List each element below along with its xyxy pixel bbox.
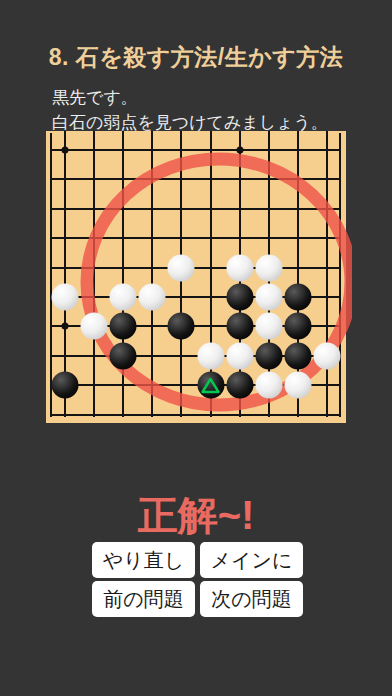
triangle-marker xyxy=(201,376,221,394)
black-stone xyxy=(168,313,195,340)
white-stone xyxy=(52,284,79,311)
star-point xyxy=(236,147,243,154)
black-stone xyxy=(255,342,282,369)
grid-line-v xyxy=(151,131,153,417)
white-stone xyxy=(110,284,137,311)
white-stone xyxy=(313,342,340,369)
result-text: 正解~! xyxy=(0,488,392,543)
white-stone xyxy=(255,254,282,281)
white-stone xyxy=(226,254,253,281)
page-title: 8. 石を殺す方法/生かす方法 xyxy=(0,42,392,73)
star-point xyxy=(62,323,69,330)
black-stone xyxy=(226,284,253,311)
black-stone xyxy=(226,313,253,340)
star-point xyxy=(62,147,69,154)
button-grid: やり直し メインに 前の問題 次の問題 xyxy=(92,542,303,617)
black-stone xyxy=(110,313,137,340)
grid-line-v xyxy=(326,131,328,417)
white-stone xyxy=(226,342,253,369)
black-stone xyxy=(197,372,224,399)
black-stone xyxy=(284,342,311,369)
white-stone xyxy=(168,254,195,281)
redo-button[interactable]: やり直し xyxy=(92,542,195,578)
go-board[interactable] xyxy=(46,131,346,423)
white-stone xyxy=(255,313,282,340)
black-stone xyxy=(284,313,311,340)
black-stone xyxy=(284,284,311,311)
white-stone xyxy=(197,342,224,369)
grid-line-v xyxy=(122,131,124,417)
black-stone xyxy=(226,372,253,399)
white-stone xyxy=(284,372,311,399)
black-stone xyxy=(52,372,79,399)
main-menu-button[interactable]: メインに xyxy=(200,542,303,578)
white-stone xyxy=(139,284,166,311)
black-stone xyxy=(110,342,137,369)
board-border-line xyxy=(339,133,341,417)
prev-problem-button[interactable]: 前の問題 xyxy=(92,581,195,617)
next-problem-button[interactable]: 次の問題 xyxy=(200,581,303,617)
board-border-line xyxy=(50,133,52,417)
white-stone xyxy=(81,313,108,340)
white-stone xyxy=(255,284,282,311)
instructions: 黒先です。 白石の弱点を見つけてみましょう。 xyxy=(52,85,328,135)
grid-line-v xyxy=(93,131,95,417)
instruction-line-1: 黒先です。 xyxy=(52,85,328,110)
white-stone xyxy=(255,372,282,399)
